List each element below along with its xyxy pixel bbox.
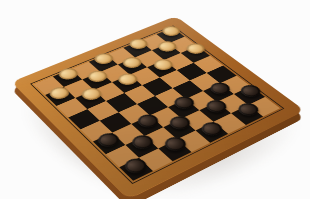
dark-square[interactable]: ⛀ [119,158,153,181]
dark-square[interactable]: ⛂ [45,87,75,106]
light-piece[interactable]: ⛂ [158,24,182,38]
board-scene: ⛂⛂⛂⛂⛂⛂⛂⛂⛂⛂⛂⛂⛀⛀⛀⛀⛀⛀⛀⛀⛀⛀⛀⛀ [11,16,304,199]
checkers-board: ⛂⛂⛂⛂⛂⛂⛂⛂⛂⛂⛂⛂⛀⛀⛀⛀⛀⛀⛀⛀⛀⛀⛀⛀ [11,16,304,199]
board-grid: ⛂⛂⛂⛂⛂⛂⛂⛂⛂⛂⛂⛂⛀⛀⛀⛀⛀⛀⛀⛀⛀⛀⛀⛀ [34,28,280,181]
photo-background: ⛂⛂⛂⛂⛂⛂⛂⛂⛂⛂⛂⛂⛀⛀⛀⛀⛀⛀⛀⛀⛀⛀⛀⛀ [0,0,310,199]
checker-glyph: ⛀ [166,114,194,132]
checker-glyph: ⛀ [236,83,263,99]
dark-piece[interactable]: ⛀ [197,120,225,138]
checker-glyph: ⛀ [197,120,225,138]
dark-piece[interactable]: ⛀ [166,114,194,132]
dark-square[interactable]: ⛀ [231,105,263,125]
board-inner-border: ⛂⛂⛂⛂⛂⛂⛂⛂⛂⛂⛂⛂⛀⛀⛀⛀⛀⛀⛀⛀⛀⛀⛀⛀ [30,26,284,184]
dark-square[interactable]: ⛂ [53,69,83,87]
checker-glyph: ⛂ [158,24,182,38]
dark-piece[interactable]: ⛀ [236,83,263,99]
